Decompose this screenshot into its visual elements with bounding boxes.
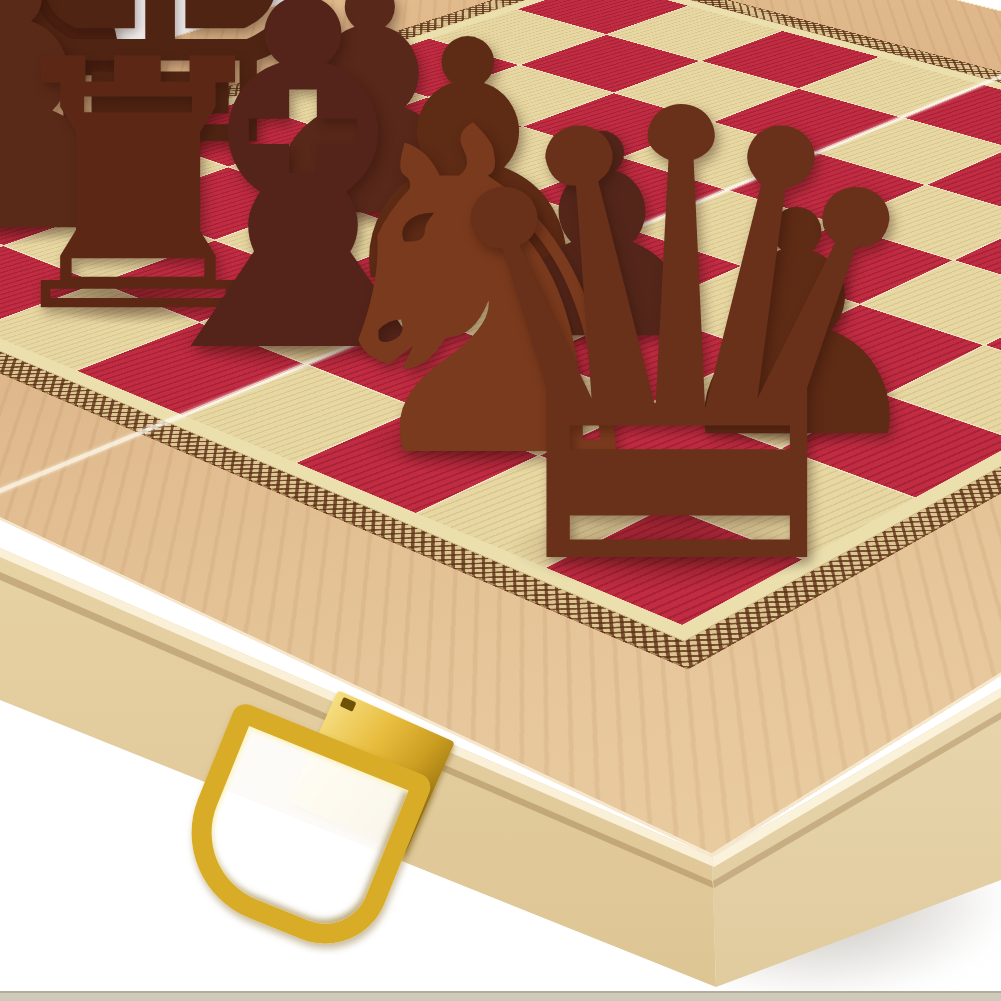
checkerboard-field: [0, 0, 1001, 625]
table-edge-strip: [0, 991, 1001, 1001]
cream-margin: [0, 0, 1001, 642]
product-photo-chess-set: ♟♚♟♟♟♜♟♝♟♞♛: [0, 0, 1001, 1001]
filigree-border: [0, 0, 1001, 670]
